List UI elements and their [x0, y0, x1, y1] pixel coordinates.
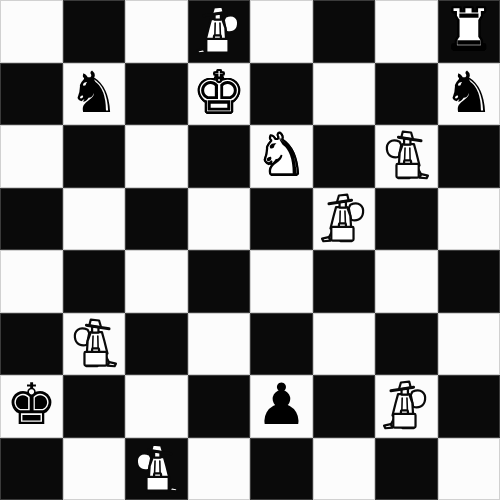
square-d1[interactable] [188, 438, 251, 500]
square-f4[interactable] [313, 250, 376, 313]
square-b4[interactable] [63, 250, 126, 313]
square-d8[interactable] [188, 0, 251, 63]
square-b7[interactable]: ♞ [63, 63, 126, 126]
square-h7[interactable]: ♞ [438, 63, 500, 126]
traveler-icon [129, 442, 183, 496]
square-b6[interactable] [63, 125, 126, 188]
white-traveler-pawn [379, 129, 433, 183]
square-c2[interactable] [125, 375, 188, 438]
square-d5[interactable] [188, 188, 251, 251]
chess-board: ♜♞♚♞♞♚♟ [0, 0, 500, 500]
square-a2[interactable]: ♚ [0, 375, 63, 438]
square-d2[interactable] [188, 375, 251, 438]
white-traveler-pawn [379, 379, 433, 433]
page: { "game": "chess", "board": { "files": [… [0, 0, 500, 500]
square-d4[interactable] [188, 250, 251, 313]
square-b2[interactable] [63, 375, 126, 438]
white-traveler-pawn [67, 317, 121, 371]
traveler-icon [317, 192, 371, 246]
square-e5[interactable] [250, 188, 313, 251]
square-a6[interactable] [0, 125, 63, 188]
square-g1[interactable] [375, 438, 438, 500]
square-b8[interactable] [63, 0, 126, 63]
square-g2[interactable] [375, 375, 438, 438]
square-e7[interactable] [250, 63, 313, 126]
square-h4[interactable] [438, 250, 500, 313]
square-a7[interactable] [0, 63, 63, 126]
white-knight: ♞ [256, 126, 307, 183]
white-traveler-pawn [192, 4, 246, 58]
square-d3[interactable] [188, 313, 251, 376]
square-f6[interactable] [313, 125, 376, 188]
square-e2[interactable]: ♟ [250, 375, 313, 438]
traveler-icon [192, 4, 246, 58]
traveler-icon [67, 317, 121, 371]
black-knight: ♞ [443, 64, 494, 121]
square-d6[interactable] [188, 125, 251, 188]
black-knight: ♞ [68, 64, 119, 121]
square-e6[interactable]: ♞ [250, 125, 313, 188]
square-f5[interactable] [313, 188, 376, 251]
black-king: ♚ [6, 376, 57, 433]
traveler-icon [379, 129, 433, 183]
square-h2[interactable] [438, 375, 500, 438]
white-traveler-pawn [129, 442, 183, 496]
black-pawn: ♟ [256, 376, 307, 433]
square-d7[interactable]: ♚ [188, 63, 251, 126]
square-f7[interactable] [313, 63, 376, 126]
square-f1[interactable] [313, 438, 376, 500]
square-e4[interactable] [250, 250, 313, 313]
square-b5[interactable] [63, 188, 126, 251]
square-h5[interactable] [438, 188, 500, 251]
square-f8[interactable] [313, 0, 376, 63]
square-e1[interactable] [250, 438, 313, 500]
square-c3[interactable] [125, 313, 188, 376]
square-b3[interactable] [63, 313, 126, 376]
square-c6[interactable] [125, 125, 188, 188]
square-c8[interactable] [125, 0, 188, 63]
square-b1[interactable] [63, 438, 126, 500]
white-traveler-pawn [317, 192, 371, 246]
square-c1[interactable] [125, 438, 188, 500]
square-g3[interactable] [375, 313, 438, 376]
square-g6[interactable] [375, 125, 438, 188]
square-g7[interactable] [375, 63, 438, 126]
square-a3[interactable] [0, 313, 63, 376]
square-c7[interactable] [125, 63, 188, 126]
square-c4[interactable] [125, 250, 188, 313]
square-g5[interactable] [375, 188, 438, 251]
square-a4[interactable] [0, 250, 63, 313]
square-f2[interactable] [313, 375, 376, 438]
square-a5[interactable] [0, 188, 63, 251]
square-h3[interactable] [438, 313, 500, 376]
square-c5[interactable] [125, 188, 188, 251]
white-rook: ♜ [443, 1, 494, 58]
square-a8[interactable] [0, 0, 63, 63]
traveler-icon [379, 379, 433, 433]
white-king: ♚ [193, 64, 244, 121]
square-h8[interactable]: ♜ [438, 0, 500, 63]
square-g4[interactable] [375, 250, 438, 313]
square-h6[interactable] [438, 125, 500, 188]
square-h1[interactable] [438, 438, 500, 500]
square-e3[interactable] [250, 313, 313, 376]
square-g8[interactable] [375, 0, 438, 63]
square-f3[interactable] [313, 313, 376, 376]
square-e8[interactable] [250, 0, 313, 63]
square-a1[interactable] [0, 438, 63, 500]
